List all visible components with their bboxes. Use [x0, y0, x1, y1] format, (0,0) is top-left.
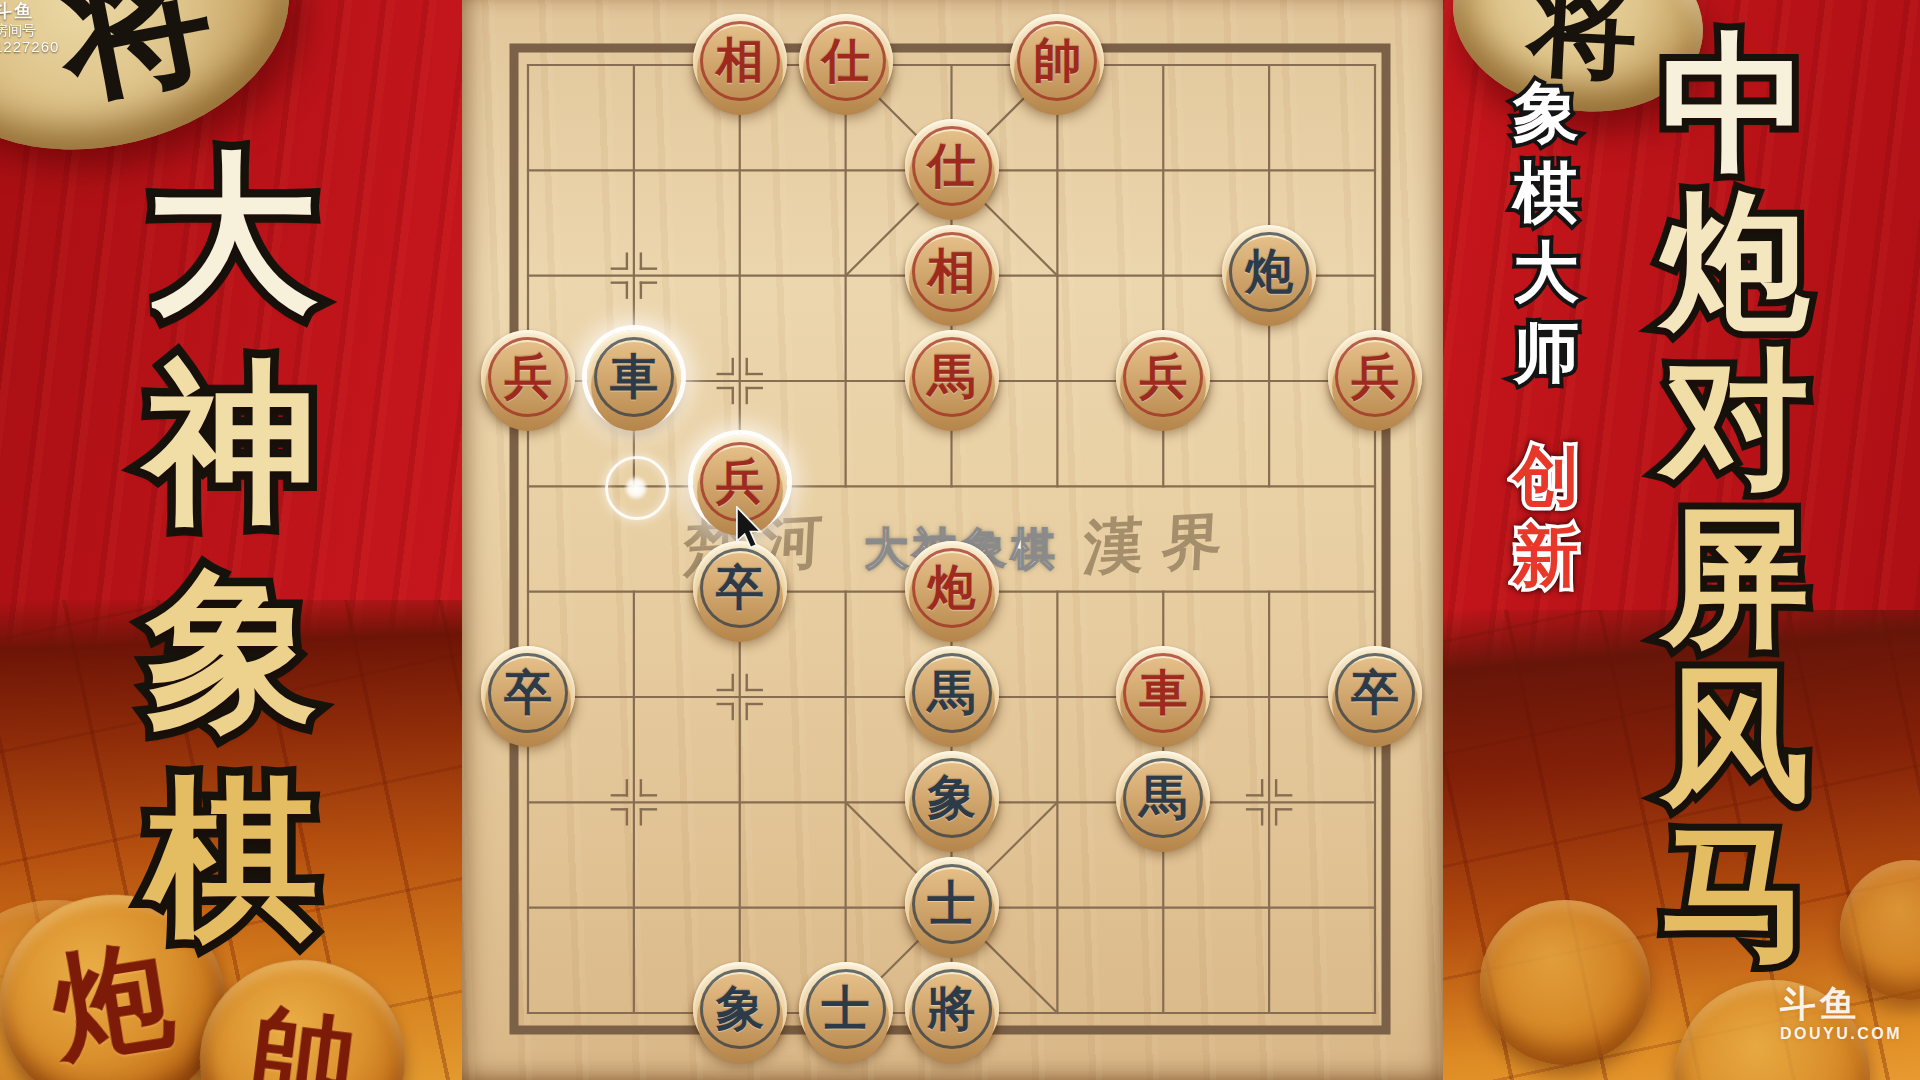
- piece-black-卒[interactable]: 卒: [693, 541, 787, 635]
- banner-char: 神: [146, 358, 318, 566]
- piece-black-卒[interactable]: 卒: [1328, 646, 1422, 740]
- douyu-watermark: 斗鱼 DOUYU.COM: [1780, 982, 1902, 1043]
- piece-glyph: 馬: [928, 669, 976, 717]
- piece-black-象[interactable]: 象: [693, 962, 787, 1056]
- banner-char: 师: [1513, 320, 1579, 400]
- banner-char: 棋: [1513, 160, 1579, 240]
- piece-black-馬[interactable]: 馬: [1116, 751, 1210, 845]
- piece-glyph: 炮: [928, 564, 976, 612]
- room-number: 1227260: [0, 38, 59, 55]
- piece-glyph: 象: [716, 985, 764, 1033]
- mouse-cursor: [733, 506, 765, 550]
- room-label: 房间号: [0, 22, 59, 38]
- piece-glyph: 仕: [928, 142, 976, 190]
- piece-glyph: 卒: [1351, 669, 1399, 717]
- douyu-logo-text: 斗鱼: [1780, 982, 1902, 1025]
- banner-right-title: 中炮对屏风马: [1656, 30, 1814, 978]
- piece-red-車[interactable]: 車: [1116, 646, 1210, 740]
- douyu-logo-small: 斗鱼: [0, 1, 59, 22]
- piece-glyph: 帥: [1033, 37, 1081, 85]
- piece-glyph: 兵: [1139, 353, 1187, 401]
- piece-glyph: 兵: [716, 458, 764, 506]
- piece-glyph: 車: [610, 353, 658, 401]
- banner-char: 创: [1513, 444, 1579, 524]
- piece-red-兵[interactable]: 兵: [1328, 330, 1422, 424]
- piece-red-仕[interactable]: 仕: [905, 119, 999, 213]
- banner-char: 中: [1661, 30, 1810, 188]
- piece-black-士[interactable]: 士: [799, 962, 893, 1056]
- piece-glyph: 炮: [1245, 248, 1293, 296]
- piece-glyph: 兵: [504, 353, 552, 401]
- piece-glyph: 士: [822, 985, 870, 1033]
- piece-black-馬[interactable]: 馬: [905, 646, 999, 740]
- piece-black-車[interactable]: 車: [587, 330, 681, 424]
- banner-char: 屏: [1661, 504, 1810, 662]
- piece-black-將[interactable]: 將: [905, 962, 999, 1056]
- piece-glyph: 相: [928, 248, 976, 296]
- banner-char: 棋: [146, 774, 318, 982]
- piece-glyph: 相: [716, 37, 764, 85]
- piece-black-士[interactable]: 士: [905, 857, 999, 951]
- move-source-highlight: [605, 456, 669, 520]
- banner-char: 马: [1661, 820, 1810, 978]
- piece-glyph: 馬: [928, 353, 976, 401]
- douyu-domain: DOUYU.COM: [1780, 1025, 1902, 1043]
- piece-red-帥[interactable]: 帥: [1010, 14, 1104, 108]
- banner-char: 新: [1513, 524, 1579, 604]
- decor-photo-piece: [1480, 900, 1650, 1065]
- piece-glyph: 車: [1139, 669, 1187, 717]
- banner-char: 风: [1661, 662, 1810, 820]
- banner-char: 象: [146, 566, 318, 774]
- banner-left-title: 大神象棋: [122, 150, 342, 982]
- piece-glyph: 將: [928, 985, 976, 1033]
- piece-red-兵[interactable]: 兵: [481, 330, 575, 424]
- piece-glyph: 卒: [716, 564, 764, 612]
- banner-char: 大: [1513, 240, 1579, 320]
- piece-red-馬[interactable]: 馬: [905, 330, 999, 424]
- piece-black-象[interactable]: 象: [905, 751, 999, 845]
- piece-red-相[interactable]: 相: [905, 225, 999, 319]
- room-number-overlay: 斗鱼 房间号 1227260: [0, 1, 59, 55]
- piece-glyph: 士: [928, 880, 976, 928]
- banner-right-subtitle: 象棋大师: [1506, 80, 1586, 400]
- piece-red-仕[interactable]: 仕: [799, 14, 893, 108]
- piece-glyph: 兵: [1351, 353, 1399, 401]
- banner-char: 象: [1513, 80, 1579, 160]
- piece-glyph: 馬: [1139, 774, 1187, 822]
- stream-frame: 炮 帥 将 将 楚河 漢界 大神象棋 相仕帥仕相炮兵車馬兵兵兵卒炮卒馬車卒象馬士…: [0, 0, 1920, 1080]
- piece-glyph: 象: [928, 774, 976, 822]
- piece-black-炮[interactable]: 炮: [1222, 225, 1316, 319]
- banner-right-subtitle-accent: 创新: [1506, 444, 1586, 604]
- piece-glyph: 仕: [822, 37, 870, 85]
- banner-char: 炮: [1661, 188, 1810, 346]
- piece-black-卒[interactable]: 卒: [481, 646, 575, 740]
- banner-char: 大: [146, 150, 318, 358]
- xiangqi-board[interactable]: 楚河 漢界 大神象棋 相仕帥仕相炮兵車馬兵兵兵卒炮卒馬車卒象馬士象士將: [462, 0, 1443, 1080]
- piece-red-兵[interactable]: 兵: [1116, 330, 1210, 424]
- piece-red-相[interactable]: 相: [693, 14, 787, 108]
- piece-glyph: 卒: [504, 669, 552, 717]
- piece-red-炮[interactable]: 炮: [905, 541, 999, 635]
- banner-char: 对: [1661, 346, 1810, 504]
